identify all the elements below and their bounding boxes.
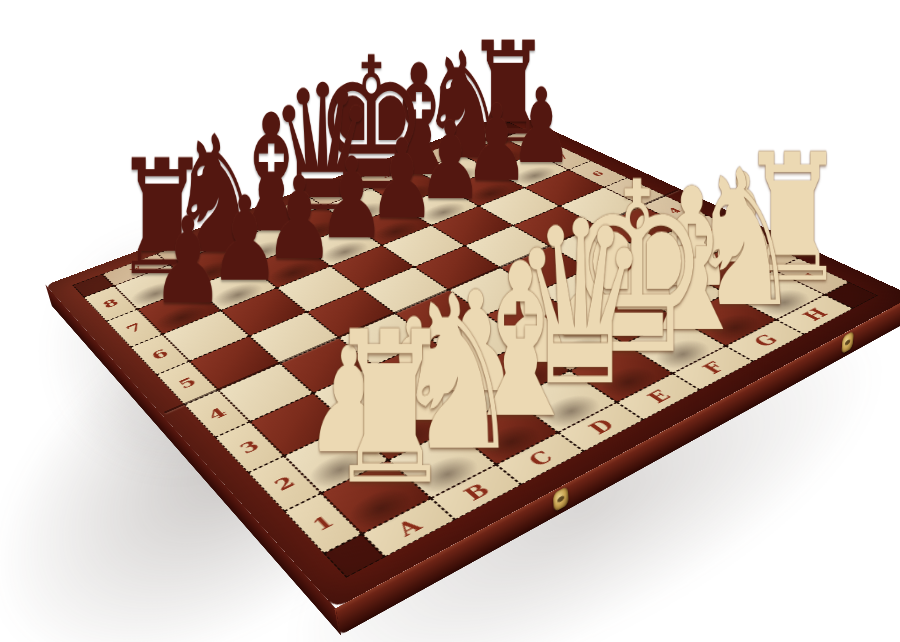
brass-clasp [552,486,568,513]
chess-board: ABCDEFGH ABCDEFGH 87654321 87654321 ♜♞♝♛… [46,112,900,608]
pieces-layer: ♜♞♝♛♚♝♞♜♟♟♟♟♟♟♟♟♟♟♟♟♟♟♟♟♜♞♝♛♚♝♞♜ [114,138,825,534]
camera-roll-wrapper: ABCDEFGH ABCDEFGH 87654321 87654321 ♜♞♝♛… [0,0,900,642]
piece-glyph: ♜ [326,310,454,510]
brass-clasp [842,330,855,354]
product-photo: ABCDEFGH ABCDEFGH 87654321 87654321 ♜♞♝♛… [0,0,900,642]
perspective-scene: ABCDEFGH ABCDEFGH 87654321 87654321 ♜♞♝♛… [0,0,900,642]
